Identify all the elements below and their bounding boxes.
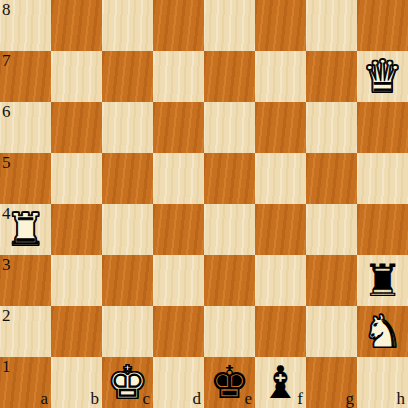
square-a8[interactable]: 8 [0,0,51,51]
square-d2[interactable] [153,306,204,357]
square-b1[interactable]: b [51,357,102,408]
square-c8[interactable] [102,0,153,51]
square-g5[interactable] [306,153,357,204]
file-label-b: b [91,390,100,407]
square-c6[interactable] [102,102,153,153]
square-c1[interactable]: c♚ [102,357,153,408]
file-label-a: a [40,390,48,407]
square-d5[interactable] [153,153,204,204]
square-b6[interactable] [51,102,102,153]
black-bishop[interactable]: ♝ [255,357,306,408]
square-e2[interactable] [204,306,255,357]
square-e3[interactable] [204,255,255,306]
square-h8[interactable] [357,0,408,51]
square-e5[interactable] [204,153,255,204]
square-a3[interactable]: 3 [0,255,51,306]
square-g2[interactable] [306,306,357,357]
square-a4[interactable]: 4♜ [0,204,51,255]
white-king[interactable]: ♚ [102,357,153,408]
square-g4[interactable] [306,204,357,255]
file-label-h: h [397,390,406,407]
black-king[interactable]: ♚ [204,357,255,408]
square-a6[interactable]: 6 [0,102,51,153]
square-b8[interactable] [51,0,102,51]
square-f5[interactable] [255,153,306,204]
square-f1[interactable]: f♝ [255,357,306,408]
square-g1[interactable]: g [306,357,357,408]
square-f8[interactable] [255,0,306,51]
square-h1[interactable]: h [357,357,408,408]
rank-label-3: 3 [2,256,11,273]
square-d8[interactable] [153,0,204,51]
square-e7[interactable] [204,51,255,102]
rank-label-1: 1 [2,358,11,375]
file-label-g: g [346,390,355,407]
square-c3[interactable] [102,255,153,306]
square-d4[interactable] [153,204,204,255]
square-h2[interactable]: ♞ [357,306,408,357]
square-h6[interactable] [357,102,408,153]
square-c7[interactable] [102,51,153,102]
square-g7[interactable] [306,51,357,102]
rank-label-6: 6 [2,103,11,120]
rank-label-2: 2 [2,307,11,324]
square-e6[interactable] [204,102,255,153]
white-rook[interactable]: ♜ [0,204,51,255]
rank-label-5: 5 [2,154,11,171]
square-g3[interactable] [306,255,357,306]
square-b7[interactable] [51,51,102,102]
square-a7[interactable]: 7 [0,51,51,102]
square-c4[interactable] [102,204,153,255]
square-b3[interactable] [51,255,102,306]
white-knight[interactable]: ♞ [357,306,408,357]
square-c5[interactable] [102,153,153,204]
square-d7[interactable] [153,51,204,102]
square-f7[interactable] [255,51,306,102]
square-e1[interactable]: e♚ [204,357,255,408]
square-f2[interactable] [255,306,306,357]
square-g8[interactable] [306,0,357,51]
rank-label-8: 8 [2,1,11,18]
square-a2[interactable]: 2 [0,306,51,357]
square-d6[interactable] [153,102,204,153]
square-b2[interactable] [51,306,102,357]
file-label-d: d [193,390,202,407]
square-e4[interactable] [204,204,255,255]
square-h3[interactable]: ♜ [357,255,408,306]
square-b4[interactable] [51,204,102,255]
square-e8[interactable] [204,0,255,51]
square-a1[interactable]: 1a [0,357,51,408]
square-f4[interactable] [255,204,306,255]
square-h4[interactable] [357,204,408,255]
square-c2[interactable] [102,306,153,357]
square-f3[interactable] [255,255,306,306]
square-d1[interactable]: d [153,357,204,408]
square-d3[interactable] [153,255,204,306]
white-queen[interactable]: ♛ [357,51,408,102]
square-b5[interactable] [51,153,102,204]
rank-label-7: 7 [2,52,11,69]
square-a5[interactable]: 5 [0,153,51,204]
square-g6[interactable] [306,102,357,153]
chess-board: 87♛654♜3♜2♞1abc♚de♚f♝gh [0,0,408,408]
square-h7[interactable]: ♛ [357,51,408,102]
square-h5[interactable] [357,153,408,204]
black-rook[interactable]: ♜ [357,255,408,306]
square-f6[interactable] [255,102,306,153]
